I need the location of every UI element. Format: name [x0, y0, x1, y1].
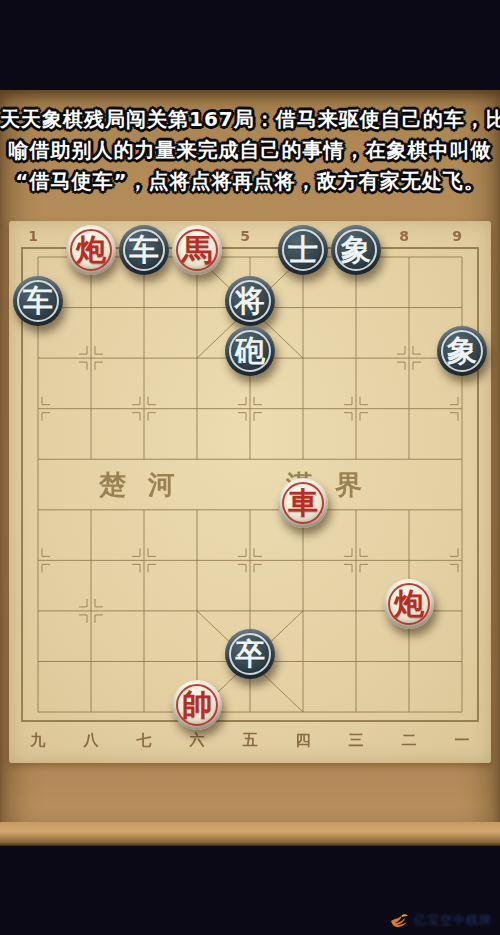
river-label-left: 楚河 — [99, 467, 197, 503]
watermark: 亿宝空中棋牌 — [389, 911, 492, 929]
piece-glyph: 象 — [447, 336, 477, 366]
top-label-9: 9 — [452, 228, 462, 244]
bottom-label-五: 五 — [243, 731, 258, 750]
top-label-5: 5 — [240, 228, 250, 244]
piece-red-炮[interactable]: 炮 — [66, 225, 116, 275]
page-background: { "game": "xiangqi", "title": { "lines":… — [0, 0, 500, 935]
piece-glyph: 車 — [288, 488, 318, 518]
piece-black-象[interactable]: 象 — [331, 225, 381, 275]
piece-glyph: 士 — [288, 235, 318, 265]
bottom-label-三: 三 — [349, 731, 364, 750]
title-line-1: 天天象棋残局闯关第167局：借马来驱使自己的车，比 — [0, 104, 500, 135]
piece-glyph: 卒 — [235, 639, 265, 669]
bottom-label-六: 六 — [190, 731, 205, 750]
bottom-label-一: 一 — [455, 731, 470, 750]
piece-glyph: 象 — [341, 235, 371, 265]
piece-black-士[interactable]: 士 — [278, 225, 328, 275]
piece-black-将[interactable]: 将 — [225, 276, 275, 326]
piece-red-車[interactable]: 車 — [278, 478, 328, 528]
bottom-label-七: 七 — [137, 731, 152, 750]
phoenix-icon — [389, 911, 411, 929]
title-line-2: 喻借助别人的力量来完成自己的事情，在象棋中叫做 — [0, 135, 500, 166]
piece-red-馬[interactable]: 馬 — [172, 225, 222, 275]
board-bottom-edge — [0, 822, 500, 846]
piece-glyph: 将 — [235, 286, 265, 316]
piece-red-炮[interactable]: 炮 — [384, 579, 434, 629]
piece-glyph: 馬 — [182, 235, 212, 265]
piece-red-帥[interactable]: 帥 — [172, 680, 222, 730]
watermark-text: 亿宝空中棋牌 — [414, 912, 492, 929]
top-label-1: 1 — [28, 228, 38, 244]
bottom-label-八: 八 — [84, 731, 99, 750]
top-label-8: 8 — [399, 228, 409, 244]
piece-glyph: 炮 — [394, 589, 424, 619]
piece-black-砲[interactable]: 砲 — [225, 326, 275, 376]
piece-glyph: 帥 — [182, 690, 212, 720]
piece-glyph: 砲 — [235, 336, 265, 366]
bottom-label-二: 二 — [402, 731, 417, 750]
piece-black-象[interactable]: 象 — [437, 326, 487, 376]
bottom-label-九: 九 — [31, 731, 46, 750]
piece-glyph: 炮 — [76, 235, 106, 265]
piece-glyph: 车 — [129, 235, 159, 265]
piece-glyph: 车 — [23, 286, 53, 316]
title-line-3: “借马使车”，点将点将再点将，敌方有家无处飞。 — [0, 166, 500, 197]
puzzle-title: 天天象棋残局闯关第167局：借马来驱使自己的车，比 喻借助别人的力量来完成自己的… — [0, 104, 500, 197]
bottom-label-四: 四 — [296, 731, 311, 750]
piece-black-车[interactable]: 车 — [13, 276, 63, 326]
piece-black-车[interactable]: 车 — [119, 225, 169, 275]
